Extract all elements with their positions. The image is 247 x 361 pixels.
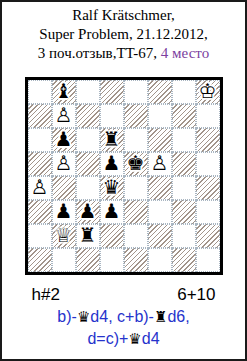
board-square-e3: [124, 200, 148, 224]
chess-board-wrapper: ♝♔♙♟♜♙♟♚♙♙♛♟♟♟♕♜: [25, 77, 223, 275]
board-square-h1: [196, 248, 220, 272]
board-square-f5: ♙: [148, 152, 172, 176]
board-square-h8: ♔: [196, 80, 220, 104]
solution-piece-figurine: ♛: [77, 308, 90, 326]
solution-text: d4: [142, 330, 160, 347]
solution-line-1: b)-♛d4, c+b)-♜d6,: [2, 307, 245, 327]
white-pawn-b5: ♙: [52, 152, 76, 176]
board-square-g8: [172, 80, 196, 104]
board-square-h5: [196, 152, 220, 176]
white-king-h8: ♔: [196, 80, 220, 104]
board-square-f4: [148, 176, 172, 200]
white-pawn-f5: ♙: [148, 152, 172, 176]
black-pawn-b6: ♟: [52, 128, 76, 152]
board-square-a6: [28, 128, 52, 152]
board-square-b8: ♝: [52, 80, 76, 104]
board-square-h7: [196, 104, 220, 128]
board-square-c7: [76, 104, 100, 128]
black-bishop-b8: ♝: [52, 80, 76, 104]
stipulation-row: h#2 6+10: [32, 285, 216, 305]
board-square-h3: [196, 200, 220, 224]
board-square-a2: [28, 224, 52, 248]
solution-text: d6,: [167, 308, 189, 325]
board-square-f7: [148, 104, 172, 128]
board-square-b7: ♙: [52, 104, 76, 128]
black-king-e5: ♚: [124, 152, 148, 176]
board-square-b6: ♟: [52, 128, 76, 152]
solution-piece-figurine: ♛: [128, 330, 141, 348]
board-square-d7: [100, 104, 124, 128]
board-square-b4: [52, 176, 76, 200]
material-count: 6+10: [177, 285, 215, 305]
black-rook-c2: ♜: [76, 224, 100, 248]
board-square-c5: [76, 152, 100, 176]
award-line: 3 поч.отзыв,TT-67, 4 место: [2, 44, 245, 63]
white-queen-b2: ♕: [52, 224, 76, 248]
board-square-e4: [124, 176, 148, 200]
board-square-c6: [76, 128, 100, 152]
solution-text: d=c)+: [87, 330, 128, 347]
board-square-d6: ♜: [100, 128, 124, 152]
chess-board: ♝♔♙♟♜♙♟♚♙♙♛♟♟♟♕♜: [25, 77, 223, 275]
board-square-c4: [76, 176, 100, 200]
solution-piece-figurine: ♜: [154, 308, 167, 326]
board-square-d5: ♟: [100, 152, 124, 176]
board-square-c2: ♜: [76, 224, 100, 248]
black-pawn-d5: ♟: [100, 152, 124, 176]
board-square-h4: [196, 176, 220, 200]
solution-text: b)-: [57, 308, 77, 325]
board-square-a7: [28, 104, 52, 128]
board-square-f8: [148, 80, 172, 104]
award-line-plain: 3 поч.отзыв,TT-67,: [38, 45, 161, 61]
board-square-e5: ♚: [124, 152, 148, 176]
solution-text: d4, c+b)-: [90, 308, 154, 325]
board-square-d3: ♟: [100, 200, 124, 224]
board-square-b3: ♟: [52, 200, 76, 224]
white-pawn-b7: ♙: [52, 104, 76, 128]
problem-header: Ralf Krätschmer, Super Problem, 21.12.20…: [2, 2, 245, 63]
board-square-g3: [172, 200, 196, 224]
black-pawn-c3: ♟: [76, 200, 100, 224]
board-square-f2: [148, 224, 172, 248]
board-square-c1: [76, 248, 100, 272]
board-square-a8: [28, 80, 52, 104]
stipulation: h#2: [32, 285, 60, 305]
board-square-h6: [196, 128, 220, 152]
board-square-g6: [172, 128, 196, 152]
board-square-b2: ♕: [52, 224, 76, 248]
board-square-e2: [124, 224, 148, 248]
board-square-f3: [148, 200, 172, 224]
award-place: 4 место: [161, 45, 209, 61]
board-square-e8: [124, 80, 148, 104]
board-square-b5: ♙: [52, 152, 76, 176]
board-square-f1: [148, 248, 172, 272]
black-queen-d4: ♛: [100, 176, 124, 200]
board-square-d4: ♛: [100, 176, 124, 200]
source-line: Super Problem, 21.12.2012,: [2, 25, 245, 44]
board-square-g1: [172, 248, 196, 272]
board-square-c3: ♟: [76, 200, 100, 224]
board-square-c8: [76, 80, 100, 104]
solution-line-2: d=c)+♛d4: [2, 329, 245, 349]
board-square-g4: [172, 176, 196, 200]
board-square-f6: [148, 128, 172, 152]
black-pawn-d3: ♟: [100, 200, 124, 224]
board-square-g7: [172, 104, 196, 128]
board-square-a3: [28, 200, 52, 224]
board-square-e6: [124, 128, 148, 152]
board-square-d8: [100, 80, 124, 104]
board-square-e1: [124, 248, 148, 272]
board-square-b1: [52, 248, 76, 272]
author-line: Ralf Krätschmer,: [2, 6, 245, 25]
board-square-a5: [28, 152, 52, 176]
black-rook-d6: ♜: [100, 128, 124, 152]
black-pawn-b3: ♟: [52, 200, 76, 224]
board-square-a1: [28, 248, 52, 272]
board-square-d1: [100, 248, 124, 272]
board-square-e7: [124, 104, 148, 128]
white-pawn-a4: ♙: [28, 176, 52, 200]
board-square-g5: [172, 152, 196, 176]
board-square-a4: ♙: [28, 176, 52, 200]
board-square-g2: [172, 224, 196, 248]
board-square-d2: [100, 224, 124, 248]
board-square-h2: [196, 224, 220, 248]
